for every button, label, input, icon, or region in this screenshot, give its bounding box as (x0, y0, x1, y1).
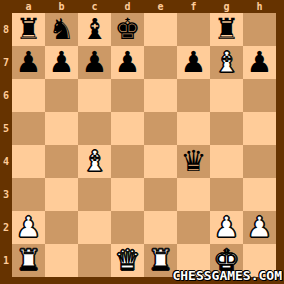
square-e3[interactable] (144, 178, 177, 211)
white-pawn-a2: ♟ (12, 211, 45, 244)
rank-label-1: 1 (0, 244, 12, 277)
file-label-f: f (177, 0, 210, 13)
square-d1[interactable]: ♛ (111, 244, 144, 277)
square-d7[interactable]: ♟ (111, 46, 144, 79)
square-c4[interactable]: ♝ (78, 145, 111, 178)
square-e5[interactable] (144, 112, 177, 145)
black-knight-b8: ♞ (45, 13, 78, 46)
square-c7[interactable]: ♟ (78, 46, 111, 79)
black-pawn-f7: ♟ (177, 46, 210, 79)
square-a3[interactable] (12, 178, 45, 211)
square-f3[interactable] (177, 178, 210, 211)
square-d8[interactable]: ♚ (111, 13, 144, 46)
square-d6[interactable] (111, 79, 144, 112)
white-pawn-h2: ♟ (243, 211, 276, 244)
square-b3[interactable] (45, 178, 78, 211)
chess-board: ♜♞♝♚♜♟♟♟♟♟♝♟♝♛♟♟♟♜♛♜♚ (12, 13, 276, 277)
rank-label-4: 4 (0, 145, 12, 178)
black-queen-f4: ♛ (177, 145, 210, 178)
rank-label-8: 8 (0, 13, 12, 46)
black-rook-a8: ♜ (12, 13, 45, 46)
chessgames-watermark: CHESSGAMES.COM (172, 268, 282, 284)
square-b5[interactable] (45, 112, 78, 145)
square-h6[interactable] (243, 79, 276, 112)
black-pawn-c7: ♟ (78, 46, 111, 79)
black-bishop-c8: ♝ (78, 13, 111, 46)
file-label-e: e (144, 0, 177, 13)
square-b7[interactable]: ♟ (45, 46, 78, 79)
file-label-h: h (243, 0, 276, 13)
square-h8[interactable] (243, 13, 276, 46)
black-rook-g8: ♜ (210, 13, 243, 46)
black-pawn-a7: ♟ (12, 46, 45, 79)
square-a2[interactable]: ♟ (12, 211, 45, 244)
square-f5[interactable] (177, 112, 210, 145)
square-e8[interactable] (144, 13, 177, 46)
rank-label-3: 3 (0, 178, 12, 211)
white-pawn-g2: ♟ (210, 211, 243, 244)
square-c5[interactable] (78, 112, 111, 145)
square-b4[interactable] (45, 145, 78, 178)
black-pawn-d7: ♟ (111, 46, 144, 79)
rank-label-2: 2 (0, 211, 12, 244)
white-bishop-c4: ♝ (78, 145, 111, 178)
square-e4[interactable] (144, 145, 177, 178)
white-queen-d1: ♛ (111, 244, 144, 277)
square-g6[interactable] (210, 79, 243, 112)
square-g2[interactable]: ♟ (210, 211, 243, 244)
square-a8[interactable]: ♜ (12, 13, 45, 46)
square-e6[interactable] (144, 79, 177, 112)
square-d2[interactable] (111, 211, 144, 244)
square-a6[interactable] (12, 79, 45, 112)
square-f2[interactable] (177, 211, 210, 244)
square-a1[interactable]: ♜ (12, 244, 45, 277)
square-c2[interactable] (78, 211, 111, 244)
black-pawn-h7: ♟ (243, 46, 276, 79)
square-d3[interactable] (111, 178, 144, 211)
black-king-d8: ♚ (111, 13, 144, 46)
square-c6[interactable] (78, 79, 111, 112)
square-g7[interactable]: ♝ (210, 46, 243, 79)
rank-label-5: 5 (0, 112, 12, 145)
square-d4[interactable] (111, 145, 144, 178)
chess-board-frame: abcdefgh 87654321 ♜♞♝♚♜♟♟♟♟♟♝♟♝♛♟♟♟♜♛♜♚ … (0, 0, 284, 284)
square-f8[interactable] (177, 13, 210, 46)
square-f6[interactable] (177, 79, 210, 112)
square-b1[interactable] (45, 244, 78, 277)
square-h7[interactable]: ♟ (243, 46, 276, 79)
square-g5[interactable] (210, 112, 243, 145)
rank-label-7: 7 (0, 46, 12, 79)
square-h3[interactable] (243, 178, 276, 211)
square-h2[interactable]: ♟ (243, 211, 276, 244)
square-e2[interactable] (144, 211, 177, 244)
rank-label-6: 6 (0, 79, 12, 112)
square-a5[interactable] (12, 112, 45, 145)
square-g8[interactable]: ♜ (210, 13, 243, 46)
square-h5[interactable] (243, 112, 276, 145)
square-c8[interactable]: ♝ (78, 13, 111, 46)
square-c3[interactable] (78, 178, 111, 211)
square-g3[interactable] (210, 178, 243, 211)
square-a7[interactable]: ♟ (12, 46, 45, 79)
square-d5[interactable] (111, 112, 144, 145)
square-b6[interactable] (45, 79, 78, 112)
black-pawn-b7: ♟ (45, 46, 78, 79)
square-f4[interactable]: ♛ (177, 145, 210, 178)
square-g4[interactable] (210, 145, 243, 178)
square-h4[interactable] (243, 145, 276, 178)
square-e7[interactable] (144, 46, 177, 79)
square-b2[interactable] (45, 211, 78, 244)
rank-labels: 87654321 (0, 13, 12, 277)
square-a4[interactable] (12, 145, 45, 178)
white-bishop-g7: ♝ (210, 46, 243, 79)
white-rook-a1: ♜ (12, 244, 45, 277)
square-c1[interactable] (78, 244, 111, 277)
square-f7[interactable]: ♟ (177, 46, 210, 79)
square-b8[interactable]: ♞ (45, 13, 78, 46)
